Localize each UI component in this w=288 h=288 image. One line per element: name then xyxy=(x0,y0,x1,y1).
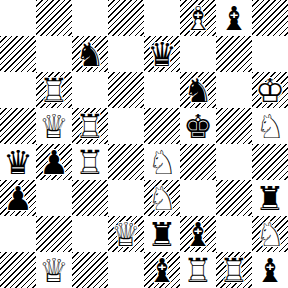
black-bishop-icon: ♝ xyxy=(216,0,252,36)
piece-white-rook[interactable]: ♜♖ xyxy=(180,252,216,288)
square-h2[interactable]: ♞♘ xyxy=(252,216,288,252)
square-h1[interactable]: ♝♝ xyxy=(252,252,288,288)
white-queen-icon: ♕ xyxy=(36,108,72,144)
square-c8[interactable] xyxy=(72,0,108,36)
piece-white-rook[interactable]: ♜♖ xyxy=(72,144,108,180)
square-c7[interactable]: ♞♞ xyxy=(72,36,108,72)
square-h5[interactable]: ♞♘ xyxy=(252,108,288,144)
square-a6[interactable] xyxy=(0,72,36,108)
piece-white-rook[interactable]: ♜♖ xyxy=(216,252,252,288)
piece-white-queen[interactable]: ♛♕ xyxy=(36,108,72,144)
square-e7[interactable]: ♛♛ xyxy=(144,36,180,72)
piece-black-bishop[interactable]: ♝♝ xyxy=(216,0,252,36)
square-d3[interactable] xyxy=(108,180,144,216)
white-queen-icon: ♕ xyxy=(108,216,144,252)
chess-board: ♝♗♝♝♞♞♛♛♜♖♞♞♚♔♛♕♜♖♚♚♞♘♛♛♟♟♜♖♞♘♟♟♞♘♜♜♛♕♜♜… xyxy=(0,0,288,288)
square-c4[interactable]: ♜♖ xyxy=(72,144,108,180)
piece-black-pawn[interactable]: ♟♟ xyxy=(0,180,36,216)
white-rook-icon: ♖ xyxy=(36,72,72,108)
black-king-icon: ♚ xyxy=(180,108,216,144)
square-c2[interactable] xyxy=(72,216,108,252)
square-b5[interactable]: ♛♕ xyxy=(36,108,72,144)
black-rook-icon: ♜ xyxy=(252,180,288,216)
square-a3[interactable]: ♟♟ xyxy=(0,180,36,216)
square-h7[interactable] xyxy=(252,36,288,72)
piece-black-rook[interactable]: ♜♜ xyxy=(144,216,180,252)
square-g6[interactable] xyxy=(216,72,252,108)
piece-white-king[interactable]: ♚♔ xyxy=(252,72,288,108)
piece-black-queen[interactable]: ♛♛ xyxy=(0,144,36,180)
white-knight-icon: ♘ xyxy=(144,144,180,180)
black-bishop-icon: ♝ xyxy=(252,252,288,288)
square-f7[interactable] xyxy=(180,36,216,72)
black-pawn-icon: ♟ xyxy=(0,180,36,216)
square-f6[interactable]: ♞♞ xyxy=(180,72,216,108)
square-g7[interactable] xyxy=(216,36,252,72)
square-a8[interactable] xyxy=(0,0,36,36)
piece-white-rook[interactable]: ♜♖ xyxy=(72,108,108,144)
square-d5[interactable] xyxy=(108,108,144,144)
square-e1[interactable]: ♝♝ xyxy=(144,252,180,288)
square-f5[interactable]: ♚♚ xyxy=(180,108,216,144)
white-rook-icon: ♖ xyxy=(72,144,108,180)
square-d7[interactable] xyxy=(108,36,144,72)
black-knight-icon: ♞ xyxy=(72,36,108,72)
piece-black-bishop[interactable]: ♝♝ xyxy=(144,252,180,288)
square-g5[interactable] xyxy=(216,108,252,144)
square-f3[interactable] xyxy=(180,180,216,216)
square-e6[interactable] xyxy=(144,72,180,108)
square-h3[interactable]: ♜♜ xyxy=(252,180,288,216)
black-queen-icon: ♛ xyxy=(0,144,36,180)
square-b8[interactable] xyxy=(36,0,72,36)
piece-white-rook[interactable]: ♜♖ xyxy=(36,72,72,108)
white-king-icon: ♔ xyxy=(252,72,288,108)
black-pawn-icon: ♟ xyxy=(36,144,72,180)
piece-black-pawn[interactable]: ♟♟ xyxy=(36,144,72,180)
piece-black-rook[interactable]: ♜♜ xyxy=(252,180,288,216)
square-c5[interactable]: ♜♖ xyxy=(72,108,108,144)
square-b1[interactable]: ♛♕ xyxy=(36,252,72,288)
piece-white-queen[interactable]: ♛♕ xyxy=(108,216,144,252)
square-c1[interactable] xyxy=(72,252,108,288)
square-g1[interactable]: ♜♖ xyxy=(216,252,252,288)
square-d6[interactable] xyxy=(108,72,144,108)
square-b6[interactable]: ♜♖ xyxy=(36,72,72,108)
square-a4[interactable]: ♛♛ xyxy=(0,144,36,180)
square-e3[interactable]: ♞♘ xyxy=(144,180,180,216)
square-d8[interactable] xyxy=(108,0,144,36)
square-f4[interactable] xyxy=(180,144,216,180)
square-d1[interactable] xyxy=(108,252,144,288)
square-d4[interactable] xyxy=(108,144,144,180)
white-rook-icon: ♖ xyxy=(216,252,252,288)
white-rook-icon: ♖ xyxy=(180,252,216,288)
square-b2[interactable] xyxy=(36,216,72,252)
black-bishop-icon: ♝ xyxy=(180,216,216,252)
square-e4[interactable]: ♞♘ xyxy=(144,144,180,180)
square-h8[interactable] xyxy=(252,0,288,36)
piece-black-queen[interactable]: ♛♛ xyxy=(144,36,180,72)
piece-white-queen[interactable]: ♛♕ xyxy=(36,252,72,288)
white-knight-icon: ♘ xyxy=(144,180,180,216)
square-g2[interactable] xyxy=(216,216,252,252)
square-b7[interactable] xyxy=(36,36,72,72)
square-c6[interactable] xyxy=(72,72,108,108)
piece-white-knight[interactable]: ♞♘ xyxy=(144,180,180,216)
piece-white-bishop[interactable]: ♝♗ xyxy=(180,0,216,36)
square-f8[interactable]: ♝♗ xyxy=(180,0,216,36)
piece-black-knight[interactable]: ♞♞ xyxy=(72,36,108,72)
white-queen-icon: ♕ xyxy=(36,252,72,288)
square-d2[interactable]: ♛♕ xyxy=(108,216,144,252)
white-knight-icon: ♘ xyxy=(252,108,288,144)
square-g3[interactable] xyxy=(216,180,252,216)
piece-black-bishop[interactable]: ♝♝ xyxy=(180,216,216,252)
square-g4[interactable] xyxy=(216,144,252,180)
square-e5[interactable] xyxy=(144,108,180,144)
square-f2[interactable]: ♝♝ xyxy=(180,216,216,252)
square-b3[interactable] xyxy=(36,180,72,216)
square-a7[interactable] xyxy=(0,36,36,72)
piece-white-knight[interactable]: ♞♘ xyxy=(144,144,180,180)
white-rook-icon: ♖ xyxy=(72,108,108,144)
piece-black-bishop[interactable]: ♝♝ xyxy=(252,252,288,288)
square-f1[interactable]: ♜♖ xyxy=(180,252,216,288)
square-c3[interactable] xyxy=(72,180,108,216)
black-knight-icon: ♞ xyxy=(180,72,216,108)
square-a1[interactable] xyxy=(0,252,36,288)
square-a2[interactable] xyxy=(0,216,36,252)
square-h4[interactable] xyxy=(252,144,288,180)
black-queen-icon: ♛ xyxy=(144,36,180,72)
square-g8[interactable]: ♝♝ xyxy=(216,0,252,36)
black-rook-icon: ♜ xyxy=(144,216,180,252)
square-h6[interactable]: ♚♔ xyxy=(252,72,288,108)
piece-white-knight[interactable]: ♞♘ xyxy=(252,108,288,144)
square-e2[interactable]: ♜♜ xyxy=(144,216,180,252)
white-knight-icon: ♘ xyxy=(252,216,288,252)
piece-black-king[interactable]: ♚♚ xyxy=(180,108,216,144)
black-bishop-icon: ♝ xyxy=(144,252,180,288)
piece-white-knight[interactable]: ♞♘ xyxy=(252,216,288,252)
square-b4[interactable]: ♟♟ xyxy=(36,144,72,180)
square-e8[interactable] xyxy=(144,0,180,36)
white-bishop-icon: ♗ xyxy=(180,0,216,36)
square-a5[interactable] xyxy=(0,108,36,144)
piece-black-knight[interactable]: ♞♞ xyxy=(180,72,216,108)
